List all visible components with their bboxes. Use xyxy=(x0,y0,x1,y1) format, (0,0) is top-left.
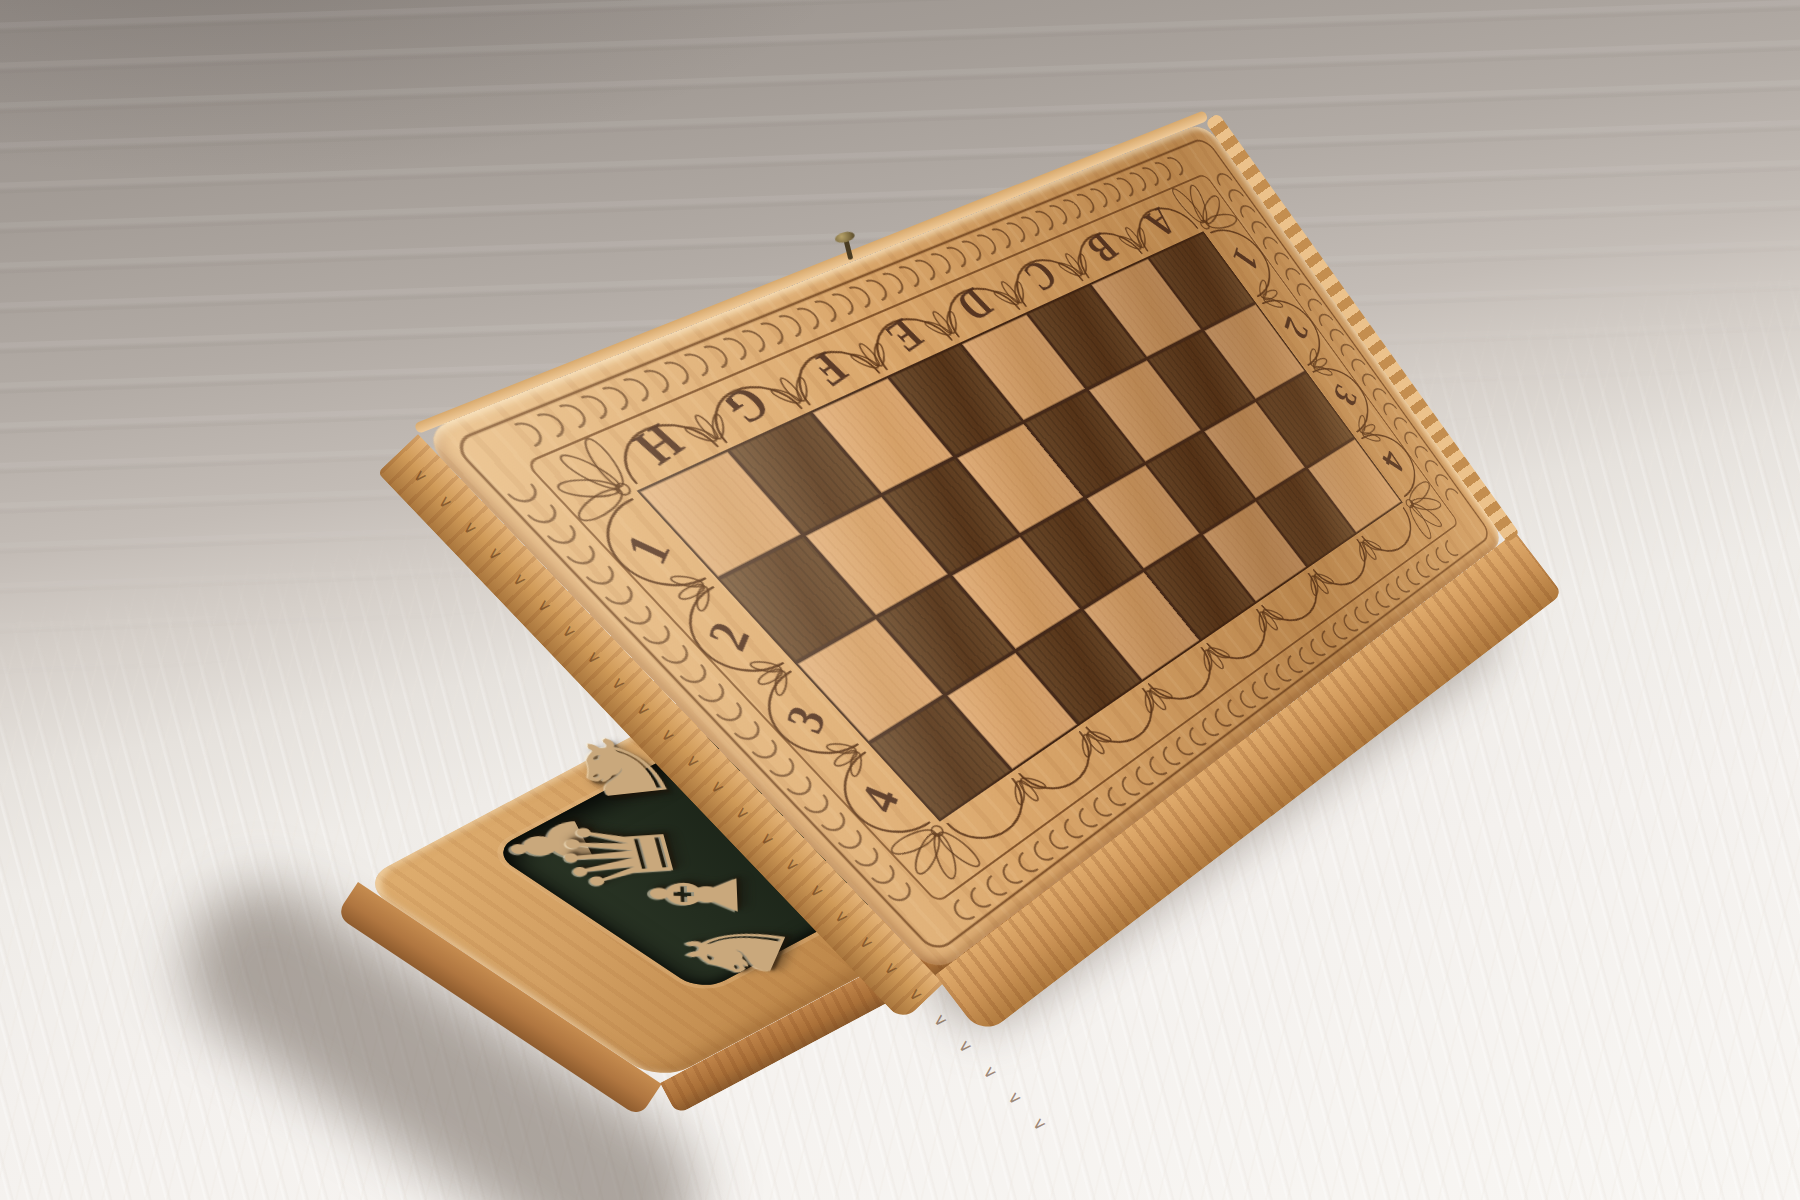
clasp-stem xyxy=(844,239,854,260)
chess-box-photo: ♞♟♛♝♞ ∨ ∨ ∨ ∨ ∨ ∨ ∨ ∨ ∨ ∨ ∨ ∨ ∨ ∨ ∨ ∨ ∨ … xyxy=(0,0,1800,1200)
clasp-head xyxy=(834,230,856,245)
